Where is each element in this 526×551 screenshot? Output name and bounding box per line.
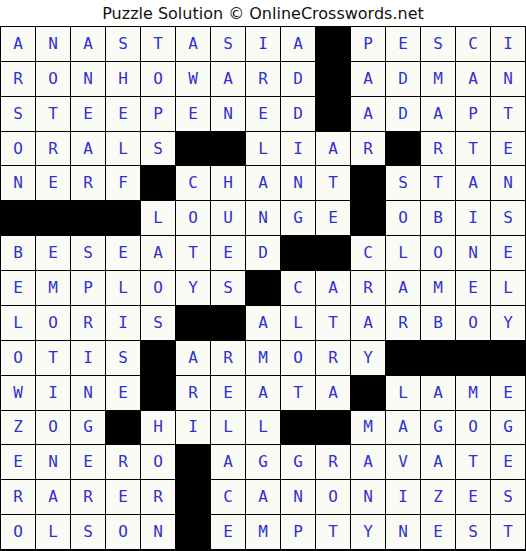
grid-cell: E bbox=[316, 201, 350, 235]
grid-cell: R bbox=[351, 132, 385, 166]
grid-cell: L bbox=[246, 132, 280, 166]
grid-cell: O bbox=[1, 515, 35, 549]
black-cell bbox=[316, 411, 350, 445]
grid-cell: O bbox=[456, 411, 490, 445]
grid-cell: R bbox=[316, 445, 350, 479]
crossword-grid: ANASTASIAPESCIRONHOWARDADMANSTEEPENEDADA… bbox=[0, 26, 526, 551]
grid-cell: T bbox=[316, 306, 350, 340]
grid-cell: O bbox=[36, 62, 70, 96]
grid-cell: A bbox=[456, 62, 490, 96]
grid-cell: L bbox=[281, 306, 315, 340]
grid-cell: R bbox=[211, 341, 245, 375]
grid-cell: Z bbox=[421, 480, 455, 514]
black-cell bbox=[246, 271, 280, 305]
black-cell bbox=[211, 132, 245, 166]
grid-cell: I bbox=[106, 306, 140, 340]
grid-cell: E bbox=[211, 236, 245, 270]
black-cell bbox=[36, 201, 70, 235]
grid-cell: N bbox=[246, 201, 280, 235]
grid-cell: A bbox=[246, 480, 280, 514]
grid-cell: F bbox=[106, 166, 140, 200]
grid-cell: O bbox=[456, 306, 490, 340]
grid-cell: D bbox=[281, 97, 315, 131]
grid-cell: S bbox=[491, 201, 525, 235]
grid-cell: O bbox=[316, 480, 350, 514]
grid-cell: R bbox=[386, 306, 420, 340]
grid-cell: A bbox=[1, 27, 35, 61]
grid-cell: A bbox=[351, 306, 385, 340]
grid-cell: G bbox=[491, 411, 525, 445]
grid-cell: I bbox=[71, 341, 105, 375]
black-cell bbox=[176, 132, 210, 166]
grid-cell: S bbox=[106, 341, 140, 375]
grid-cell: L bbox=[1, 306, 35, 340]
black-cell bbox=[421, 341, 455, 375]
grid-cell: W bbox=[176, 62, 210, 96]
grid-cell: A bbox=[246, 166, 280, 200]
grid-cell: A bbox=[421, 445, 455, 479]
grid-cell: B bbox=[421, 201, 455, 235]
grid-cell: R bbox=[106, 445, 140, 479]
grid-cell: E bbox=[71, 445, 105, 479]
grid-cell: S bbox=[491, 480, 525, 514]
grid-cell: A bbox=[71, 132, 105, 166]
page-title: Puzzle Solution © OnlineCrosswords.net bbox=[0, 0, 526, 26]
grid-cell: Y bbox=[351, 515, 385, 549]
grid-cell: O bbox=[1, 341, 35, 375]
grid-cell: L bbox=[386, 376, 420, 410]
grid-cell: R bbox=[176, 376, 210, 410]
grid-cell: A bbox=[36, 480, 70, 514]
grid-cell: A bbox=[316, 376, 350, 410]
grid-cell: I bbox=[281, 132, 315, 166]
grid-cell: R bbox=[421, 132, 455, 166]
grid-cell: Y bbox=[176, 271, 210, 305]
grid-cell: O bbox=[176, 201, 210, 235]
black-cell bbox=[386, 132, 420, 166]
grid-cell: T bbox=[421, 166, 455, 200]
grid-cell: T bbox=[456, 445, 490, 479]
grid-cell: N bbox=[281, 166, 315, 200]
black-cell bbox=[176, 445, 210, 479]
grid-cell: N bbox=[211, 97, 245, 131]
grid-cell: A bbox=[386, 271, 420, 305]
grid-cell: R bbox=[71, 166, 105, 200]
grid-cell: T bbox=[36, 341, 70, 375]
grid-cell: S bbox=[71, 515, 105, 549]
grid-cell: T bbox=[316, 166, 350, 200]
grid-cell: C bbox=[211, 480, 245, 514]
grid-cell: N bbox=[491, 166, 525, 200]
grid-cell: E bbox=[176, 97, 210, 131]
grid-cell: N bbox=[386, 515, 420, 549]
grid-cell: T bbox=[491, 97, 525, 131]
grid-cell: L bbox=[106, 132, 140, 166]
grid-cell: L bbox=[491, 271, 525, 305]
grid-cell: A bbox=[351, 97, 385, 131]
grid-cell: R bbox=[1, 62, 35, 96]
grid-cell: G bbox=[71, 411, 105, 445]
grid-cell: O bbox=[386, 201, 420, 235]
grid-cell: M bbox=[246, 515, 280, 549]
grid-cell: O bbox=[36, 306, 70, 340]
grid-cell: N bbox=[71, 62, 105, 96]
grid-cell: A bbox=[211, 62, 245, 96]
grid-cell: N bbox=[36, 445, 70, 479]
grid-cell: L bbox=[246, 411, 280, 445]
crossword-solution-page: Puzzle Solution © OnlineCrosswords.net A… bbox=[0, 0, 526, 551]
black-cell bbox=[71, 201, 105, 235]
grid-cell: H bbox=[211, 166, 245, 200]
grid-cell: P bbox=[351, 27, 385, 61]
grid-cell: V bbox=[386, 445, 420, 479]
grid-cell: Y bbox=[351, 341, 385, 375]
grid-cell: E bbox=[491, 376, 525, 410]
black-cell bbox=[1, 201, 35, 235]
grid-cell: B bbox=[421, 306, 455, 340]
black-cell bbox=[316, 97, 350, 131]
grid-cell: L bbox=[386, 236, 420, 270]
grid-cell: I bbox=[386, 480, 420, 514]
grid-cell: M bbox=[36, 271, 70, 305]
black-cell bbox=[386, 341, 420, 375]
grid-cell: I bbox=[456, 201, 490, 235]
grid-cell: R bbox=[316, 341, 350, 375]
grid-cell: I bbox=[246, 27, 280, 61]
grid-cell: C bbox=[281, 271, 315, 305]
black-cell bbox=[351, 201, 385, 235]
grid-cell: M bbox=[246, 341, 280, 375]
grid-cell: A bbox=[71, 27, 105, 61]
grid-cell: E bbox=[71, 97, 105, 131]
grid-cell: A bbox=[211, 445, 245, 479]
grid-cell: M bbox=[456, 376, 490, 410]
grid-cell: A bbox=[141, 236, 175, 270]
grid-cell: E bbox=[211, 515, 245, 549]
grid-cell: O bbox=[106, 515, 140, 549]
grid-cell: R bbox=[71, 306, 105, 340]
grid-cell: A bbox=[246, 306, 280, 340]
grid-cell: P bbox=[141, 97, 175, 131]
grid-cell: R bbox=[246, 62, 280, 96]
grid-cell: S bbox=[456, 515, 490, 549]
black-cell bbox=[176, 306, 210, 340]
grid-cell: T bbox=[456, 132, 490, 166]
grid-cell: I bbox=[176, 411, 210, 445]
grid-cell: O bbox=[141, 62, 175, 96]
grid-cell: N bbox=[1, 166, 35, 200]
grid-cell: A bbox=[281, 27, 315, 61]
grid-cell: A bbox=[456, 166, 490, 200]
grid-cell: W bbox=[1, 376, 35, 410]
grid-cell: N bbox=[71, 376, 105, 410]
grid-cell: C bbox=[351, 236, 385, 270]
grid-cell: A bbox=[176, 341, 210, 375]
black-cell bbox=[316, 62, 350, 96]
black-cell bbox=[141, 341, 175, 375]
black-cell bbox=[106, 201, 140, 235]
grid-cell: S bbox=[141, 306, 175, 340]
grid-cell: T bbox=[491, 515, 525, 549]
grid-cell: E bbox=[386, 27, 420, 61]
grid-cell: P bbox=[456, 97, 490, 131]
grid-cell: M bbox=[351, 411, 385, 445]
grid-cell: A bbox=[351, 445, 385, 479]
grid-cell: M bbox=[421, 62, 455, 96]
black-cell bbox=[316, 27, 350, 61]
grid-cell: Y bbox=[491, 306, 525, 340]
grid-cell: P bbox=[71, 271, 105, 305]
black-cell bbox=[141, 166, 175, 200]
grid-cell: R bbox=[141, 480, 175, 514]
grid-cell: E bbox=[491, 132, 525, 166]
grid-cell: N bbox=[456, 236, 490, 270]
grid-cell: A bbox=[421, 97, 455, 131]
grid-cell: A bbox=[421, 376, 455, 410]
grid-cell: I bbox=[36, 376, 70, 410]
grid-cell: S bbox=[71, 236, 105, 270]
grid-cell: S bbox=[421, 27, 455, 61]
grid-cell: E bbox=[36, 166, 70, 200]
grid-cell: A bbox=[176, 27, 210, 61]
grid-cell: E bbox=[36, 236, 70, 270]
grid-cell: E bbox=[106, 480, 140, 514]
grid-cell: Z bbox=[1, 411, 35, 445]
grid-cell: C bbox=[456, 27, 490, 61]
grid-cell: E bbox=[491, 445, 525, 479]
grid-cell: P bbox=[281, 515, 315, 549]
black-cell bbox=[176, 480, 210, 514]
grid-cell: T bbox=[36, 97, 70, 131]
grid-cell: G bbox=[281, 201, 315, 235]
grid-cell: A bbox=[246, 376, 280, 410]
grid-cell: O bbox=[281, 341, 315, 375]
black-cell bbox=[456, 341, 490, 375]
grid-cell: R bbox=[351, 271, 385, 305]
grid-cell: N bbox=[491, 62, 525, 96]
grid-cell: O bbox=[36, 411, 70, 445]
grid-cell: L bbox=[141, 201, 175, 235]
grid-cell: E bbox=[456, 271, 490, 305]
grid-cell: O bbox=[1, 132, 35, 166]
black-cell bbox=[211, 306, 245, 340]
grid-cell: E bbox=[1, 271, 35, 305]
grid-cell: H bbox=[106, 62, 140, 96]
grid-cell: S bbox=[386, 166, 420, 200]
grid-cell: S bbox=[211, 27, 245, 61]
grid-cell: U bbox=[211, 201, 245, 235]
grid-cell: M bbox=[421, 271, 455, 305]
grid-cell: D bbox=[386, 62, 420, 96]
black-cell bbox=[281, 411, 315, 445]
grid-cell: N bbox=[281, 480, 315, 514]
grid-cell: L bbox=[211, 411, 245, 445]
grid-cell: A bbox=[351, 62, 385, 96]
grid-cell: S bbox=[141, 132, 175, 166]
grid-cell: G bbox=[246, 445, 280, 479]
black-cell bbox=[281, 236, 315, 270]
grid-cell: A bbox=[316, 271, 350, 305]
grid-cell: E bbox=[106, 236, 140, 270]
grid-cell: S bbox=[106, 27, 140, 61]
grid-cell: O bbox=[421, 236, 455, 270]
grid-cell: R bbox=[71, 480, 105, 514]
black-cell bbox=[106, 411, 140, 445]
grid-cell: G bbox=[281, 445, 315, 479]
grid-cell: C bbox=[176, 166, 210, 200]
grid-cell: T bbox=[141, 27, 175, 61]
grid-cell: O bbox=[141, 271, 175, 305]
grid-cell: A bbox=[316, 132, 350, 166]
grid-cell: E bbox=[456, 480, 490, 514]
grid-cell: E bbox=[421, 515, 455, 549]
grid-cell: E bbox=[106, 376, 140, 410]
grid-cell: N bbox=[36, 27, 70, 61]
grid-cell: D bbox=[281, 62, 315, 96]
black-cell bbox=[141, 376, 175, 410]
grid-cell: G bbox=[421, 411, 455, 445]
grid-cell: A bbox=[386, 411, 420, 445]
grid-cell: T bbox=[281, 376, 315, 410]
grid-cell: N bbox=[141, 515, 175, 549]
grid-cell: I bbox=[491, 27, 525, 61]
grid-cell: L bbox=[106, 271, 140, 305]
grid-cell: D bbox=[386, 97, 420, 131]
grid-cell: E bbox=[491, 236, 525, 270]
grid-cell: E bbox=[211, 376, 245, 410]
grid-cell: S bbox=[1, 97, 35, 131]
black-cell bbox=[491, 341, 525, 375]
grid-cell: T bbox=[176, 236, 210, 270]
grid-cell: E bbox=[106, 97, 140, 131]
grid-cell: D bbox=[246, 236, 280, 270]
grid-cell: O bbox=[141, 445, 175, 479]
black-cell bbox=[176, 515, 210, 549]
grid-cell: R bbox=[1, 480, 35, 514]
grid-cell: R bbox=[36, 132, 70, 166]
black-cell bbox=[351, 376, 385, 410]
black-cell bbox=[316, 236, 350, 270]
grid-cell: N bbox=[351, 480, 385, 514]
black-cell bbox=[351, 166, 385, 200]
grid-cell: E bbox=[1, 445, 35, 479]
grid-cell: E bbox=[246, 97, 280, 131]
grid-cell: L bbox=[36, 515, 70, 549]
grid-cell: H bbox=[141, 411, 175, 445]
grid-cell: B bbox=[1, 236, 35, 270]
grid-cell: T bbox=[316, 515, 350, 549]
grid-cell: S bbox=[211, 271, 245, 305]
